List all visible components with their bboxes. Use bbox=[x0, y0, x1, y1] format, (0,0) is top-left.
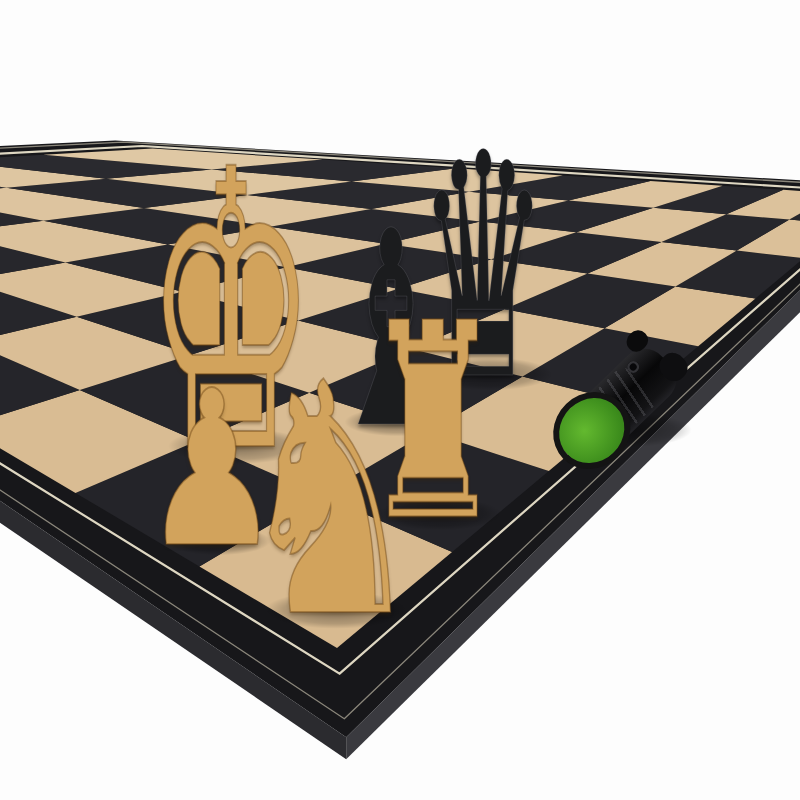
pieces-layer: ♛♝♚♜♟♞ bbox=[0, 0, 800, 800]
product-photo-stage: ♛♝♚♜♟♞ bbox=[0, 0, 800, 800]
piece-white-knight: ♞ bbox=[235, 341, 424, 661]
piece-black-knight-fallen bbox=[539, 318, 705, 483]
